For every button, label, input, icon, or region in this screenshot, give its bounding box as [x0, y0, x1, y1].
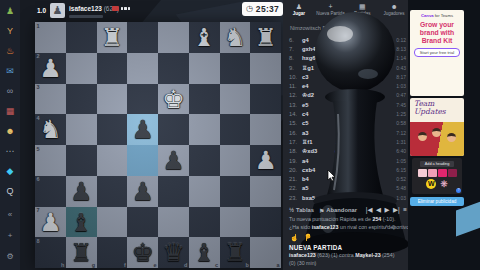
opening-name: Nimzowitsch Defense	[290, 25, 343, 31]
panel-tabs: ♟Jugar+Nueva Partida▦Partidas☻Jugadores	[283, 3, 410, 16]
square-d4[interactable]	[158, 114, 189, 145]
team-updates-ad-card[interactable]: Team Updates	[410, 98, 464, 156]
half-point-icon: ½	[289, 207, 294, 213]
piece-bP-g6[interactable]: ♟	[66, 176, 97, 207]
move-nav-buttons: |◀◀▶▶|≡	[366, 207, 407, 214]
piece-wK-d3[interactable]: ♚	[158, 84, 189, 115]
friends-icon[interactable]: ☻	[2, 125, 18, 139]
canva-ad-header: Canva for Teams	[412, 13, 462, 18]
piece-bQ-d8[interactable]: ♛	[158, 237, 189, 268]
matchup-line: isaface123 (623) (1) contra Maykel-23 (2…	[289, 252, 395, 267]
square-d7[interactable]	[158, 207, 189, 238]
square-g2[interactable]	[66, 53, 97, 84]
more-icon[interactable]: ⋯	[2, 145, 18, 159]
piece-bK-e8[interactable]: ♚	[127, 237, 158, 268]
square-f7[interactable]	[97, 207, 128, 238]
piece-bB-c8[interactable]: ♝	[189, 237, 220, 268]
square-c5[interactable]	[189, 145, 220, 176]
move-row[interactable]: 16.a37:12	[283, 128, 410, 137]
move-row[interactable]: 17.♖f1♗d31:31	[283, 137, 410, 146]
square-g1[interactable]	[66, 22, 97, 53]
piece-bP-d5[interactable]: ♟	[158, 145, 189, 176]
move-row[interactable]: 19.a4b41:05	[283, 156, 410, 165]
chat-icon[interactable]: ✉	[2, 64, 18, 78]
left-nav-sidebar: ♟Y♨✉∞▦☻⋯◆Q«+⚙	[0, 0, 20, 270]
move-row[interactable]: 8.hxg6fxg61:14	[283, 54, 410, 63]
game-controls: ½Tablas ⚑Abandonar |◀◀▶▶|≡	[283, 204, 410, 216]
square-e3[interactable]	[127, 84, 158, 115]
move-row[interactable]: 15.c50:58	[283, 119, 410, 128]
nav-first-button[interactable]: |◀	[366, 207, 373, 214]
canva-ad-headline: Grow your brand with Brand Kit	[412, 21, 462, 44]
team-updates-title: Team Updates	[410, 98, 464, 117]
brand-logo-circle: W	[426, 179, 436, 189]
square-e7[interactable]	[127, 207, 158, 238]
team-updates-photo	[410, 122, 464, 156]
square-h6[interactable]: 6	[35, 176, 66, 207]
square-f2[interactable]	[97, 53, 128, 84]
square-h5[interactable]: 5	[35, 145, 66, 176]
resign-button[interactable]: ⚑Abandonar	[319, 207, 357, 214]
nav-menu-button[interactable]: ≡	[403, 207, 407, 214]
free-trial-button[interactable]: Start your free trial	[414, 48, 460, 57]
piece-bB-g7[interactable]: ♝	[66, 207, 97, 238]
nav-prev-button[interactable]: ◀	[376, 207, 381, 214]
move-row[interactable]: 14.c41:25	[283, 109, 410, 118]
piece-wN-h4[interactable]: ♞	[35, 114, 66, 145]
square-a6[interactable]	[250, 176, 281, 207]
nav-next-button[interactable]: ▶	[385, 207, 390, 214]
square-g5[interactable]	[66, 145, 97, 176]
square-d1[interactable]	[158, 22, 189, 53]
color-swatches	[414, 169, 460, 177]
piece-wN-b1[interactable]: ♞	[220, 22, 251, 53]
piece-wB-c1[interactable]: ♝	[189, 22, 220, 53]
square-f5[interactable]	[97, 145, 128, 176]
square-b3[interactable]	[220, 84, 251, 115]
game-clock: ◷ 25:37	[242, 2, 283, 16]
tab-icon: +	[329, 3, 333, 10]
move-row[interactable]: 23.bxa5e4+1:03	[283, 193, 410, 202]
country-flag-icon	[112, 6, 119, 11]
piece-wR-f1[interactable]: ♜	[97, 22, 128, 53]
square-f3[interactable]	[97, 84, 128, 115]
ads-column: Canva for Teams Grow your brand with Bra…	[408, 0, 480, 270]
tab-jugadores[interactable]: ☻Jugadores	[378, 3, 410, 16]
chess-site-window: ♟Y♨✉∞▦☻⋯◆Q«+⚙ 1.0 ♟ isaface123 (623) ◷ 2…	[0, 0, 480, 270]
piece-wP-a5[interactable]: ♟	[250, 145, 281, 176]
news-icon[interactable]: ▦	[2, 104, 18, 118]
square-c2[interactable]	[189, 53, 220, 84]
square-c7[interactable]	[189, 207, 220, 238]
flame-icon[interactable]: ♨	[2, 44, 18, 58]
move-list[interactable]: 6.g4h60:127.gxh4g68:138.hxg6fxg61:149.♖g…	[283, 35, 410, 202]
square-h1[interactable]: 1	[35, 22, 66, 53]
square-f6[interactable]	[97, 176, 128, 207]
piece-bP-e6[interactable]: ♟	[127, 176, 158, 207]
ad-logos-row: W ❋	[414, 179, 460, 189]
square-b6[interactable]	[220, 176, 251, 207]
trophy-icon[interactable]: Y	[2, 24, 18, 38]
square-c6[interactable]	[189, 176, 220, 207]
piece-bP-e4[interactable]: ♟	[127, 114, 158, 145]
tab-jugar[interactable]: ♟Jugar	[283, 3, 315, 16]
piece-bR-g8[interactable]: ♜	[66, 237, 97, 268]
square-g3[interactable]	[66, 84, 97, 115]
clock-icon: ◷	[246, 5, 253, 13]
diamond-icon[interactable]: ◆	[2, 165, 18, 179]
new-rating-line: Tu nueva puntuación Rápida es de 254 (-1…	[289, 216, 410, 224]
canva-editor-ad-card[interactable]: Add a heading W ❋ ?	[412, 158, 462, 194]
square-g4[interactable]	[66, 114, 97, 145]
tab-nueva-partida[interactable]: +Nueva Partida	[315, 3, 347, 16]
thumbs-up-button[interactable]: ☝	[290, 234, 299, 241]
move-row[interactable]: 7.gxh4g68:13	[283, 44, 410, 53]
piece-wP-h7[interactable]: ♟	[35, 207, 66, 238]
tab-icon: ☻	[390, 3, 397, 10]
mouse-cursor	[327, 170, 336, 182]
remove-ads-button[interactable]: Eliminar publicidad	[410, 197, 464, 206]
square-e2[interactable]	[127, 53, 158, 84]
square-e1[interactable]	[127, 22, 158, 53]
collapse-icon[interactable]: «	[2, 205, 18, 224]
draw-offer-button[interactable]: ½Tablas	[289, 207, 314, 213]
piece-bR-b8[interactable]: ♜	[220, 237, 251, 268]
chess-board[interactable]: 12345678hgfedcba♜♞♝♜♟♚♞♟♟♟♟♟♟♝♜♝♛♚♜	[35, 22, 281, 268]
feedback-thumbs: ☝ ☝	[290, 234, 410, 241]
move-row[interactable]: 22.a5bxa55:48	[283, 184, 410, 193]
move-row[interactable]: 20.cxb4axb46:15	[283, 165, 410, 174]
endgame-summary: Tu nueva puntuación Rápida es de 254 (-1…	[283, 216, 410, 270]
square-a4[interactable]	[250, 114, 281, 145]
square-b2[interactable]	[220, 53, 251, 84]
canva-ad-card[interactable]: Canva for Teams Grow your brand with Bra…	[410, 10, 464, 96]
move-row[interactable]: 11.e41:03	[283, 81, 410, 90]
move-row[interactable]: 6.g4h60:12	[283, 35, 410, 44]
share-icon[interactable]: ↗	[383, 224, 388, 230]
search-icon[interactable]: Q	[2, 185, 18, 199]
add-heading-chip: Add a heading	[420, 161, 454, 167]
game-result-score: 1.0	[37, 7, 46, 14]
square-a2[interactable]	[250, 53, 281, 84]
nav-last-button[interactable]: ▶|	[393, 207, 400, 214]
move-row[interactable]: 21.b4♗d40:52	[283, 174, 410, 183]
tab-icon: ▦	[359, 3, 366, 10]
ad-help-chip[interactable]: ?	[456, 188, 461, 193]
square-f8[interactable]: f	[97, 237, 128, 268]
watch-icon[interactable]: ∞	[2, 84, 18, 98]
thumbs-down-button[interactable]: ☝	[305, 234, 314, 241]
move-row[interactable]: 12.♔d20:47	[283, 91, 410, 100]
square-e5[interactable]	[127, 145, 158, 176]
player-badge	[121, 7, 130, 11]
square-h3[interactable]: 3	[35, 84, 66, 115]
square-a8[interactable]: a	[250, 237, 281, 268]
player-subtext	[69, 15, 103, 18]
square-b7[interactable]	[220, 207, 251, 238]
square-d2[interactable]	[158, 53, 189, 84]
new-game-title: NUEVA PARTIDA	[289, 244, 410, 251]
avatar[interactable]: ♟	[50, 3, 65, 18]
tab-icon: ♟	[296, 3, 302, 10]
square-c3[interactable]	[189, 84, 220, 115]
move-row[interactable]: 9.♖g1♗g70:43	[283, 63, 410, 72]
tab-partidas[interactable]: ▦Partidas	[347, 3, 379, 16]
starburst-icon: ❋	[440, 180, 448, 189]
piece-wP-h2[interactable]: ♟	[35, 53, 66, 84]
move-row[interactable]: 18.♔xd3cxd56:40	[283, 147, 410, 156]
square-a3[interactable]	[250, 84, 281, 115]
square-h8[interactable]: 8h	[35, 237, 66, 268]
square-b4[interactable]	[220, 114, 251, 145]
square-c4[interactable]	[189, 114, 220, 145]
move-row[interactable]: 10.c3♗e58:17	[283, 72, 410, 81]
clock-time: 25:37	[256, 4, 279, 14]
square-d6[interactable]	[158, 176, 189, 207]
square-a7[interactable]	[250, 207, 281, 238]
add-panel-icon[interactable]: +	[2, 226, 18, 245]
move-row[interactable]: 13.e57:45	[283, 100, 410, 109]
square-f4[interactable]	[97, 114, 128, 145]
square-b5[interactable]	[220, 145, 251, 176]
chesscom-pawn-logo[interactable]: ♟	[2, 4, 18, 18]
gear-icon[interactable]: ⚙	[391, 224, 396, 230]
opponent-player-bar: 1.0 ♟ isaface123 (623) ◷ 25:37 ⚙	[20, 0, 283, 22]
resign-flag-icon: ⚑	[319, 207, 324, 214]
settings-gear-icon[interactable]: ⚙	[2, 247, 18, 266]
share-settings-icons[interactable]: ↗⚙	[383, 224, 396, 230]
piece-wR-a1[interactable]: ♜	[250, 22, 281, 53]
